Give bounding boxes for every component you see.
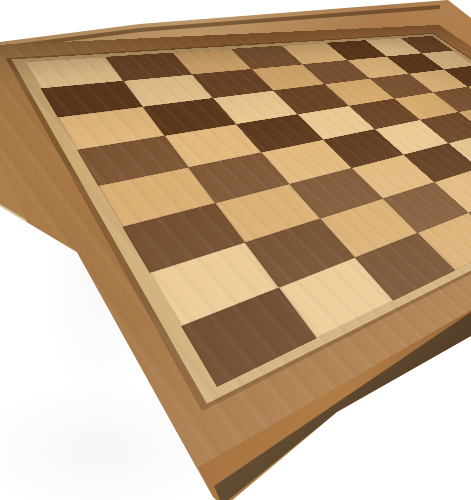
product-photo-canvas (0, 0, 471, 500)
board-field (25, 36, 471, 387)
chessboard (0, 25, 471, 495)
board-outline-clip (0, 0, 471, 500)
